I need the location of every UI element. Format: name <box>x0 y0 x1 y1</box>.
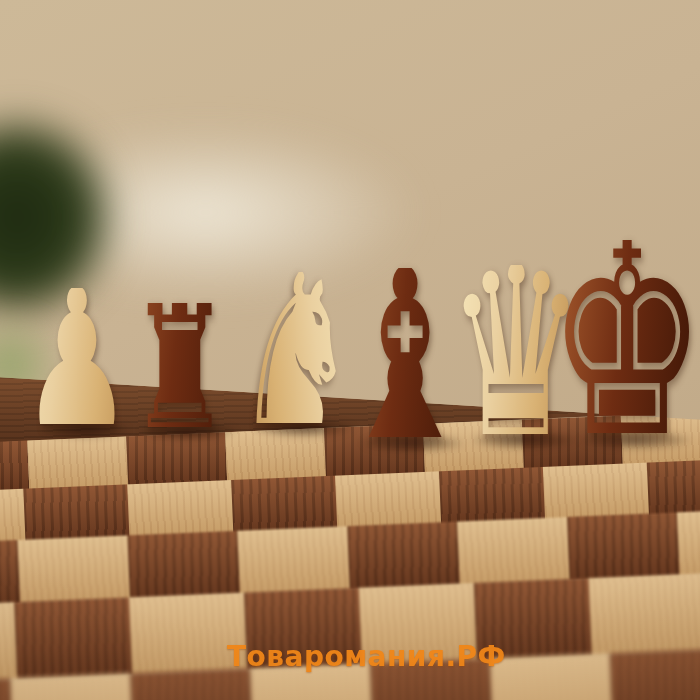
watermark-text: Товаромания.РФ <box>227 640 506 673</box>
piece-black-king: ♚ <box>548 240 700 441</box>
pieces-layer: ♟♜♞♝♛♚ <box>0 0 700 700</box>
chess-product-photo: ♟♜♞♝♛♚ Товаромания.РФ <box>0 0 700 700</box>
